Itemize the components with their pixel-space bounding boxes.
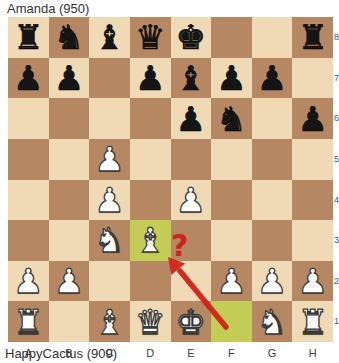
rank-label-5: 5 (334, 139, 339, 180)
square-e2[interactable] (171, 261, 212, 302)
chess-app: Amanda (950) ♜♞♝♛♚♜♟♟♟♝♟♟♟♞♟♟♟♟♞♝♟♟♟♟♟♜♝… (0, 0, 339, 363)
square-a6[interactable] (8, 98, 49, 139)
rank-label-8: 8 (334, 17, 339, 58)
file-label-h: H (292, 347, 333, 359)
square-d7[interactable]: ♟ (130, 58, 171, 99)
square-a8[interactable]: ♜ (8, 17, 49, 58)
black-pawn[interactable]: ♟ (257, 61, 287, 95)
black-pawn[interactable]: ♟ (176, 102, 206, 136)
square-e5[interactable] (171, 139, 212, 180)
square-a3[interactable] (8, 220, 49, 261)
square-g2[interactable]: ♟ (252, 261, 293, 302)
rank-label-4: 4 (334, 180, 339, 221)
white-pawn[interactable]: ♟ (94, 142, 124, 176)
square-a5[interactable] (8, 139, 49, 180)
square-f5[interactable] (211, 139, 252, 180)
player-name-top[interactable]: Amanda (950) (7, 1, 89, 16)
white-pawn[interactable]: ♟ (297, 264, 327, 298)
question-mark-annotation: ? (171, 231, 188, 261)
square-f2[interactable]: ♟ (211, 261, 252, 302)
white-knight[interactable]: ♞ (94, 223, 124, 257)
rank-label-2: 2 (334, 261, 339, 302)
square-b5[interactable] (49, 139, 90, 180)
square-d1[interactable]: ♛ (130, 301, 171, 342)
square-e6[interactable]: ♟ (171, 98, 212, 139)
square-c2[interactable] (89, 261, 130, 302)
white-bishop[interactable]: ♝ (135, 223, 165, 257)
square-c5[interactable]: ♟ (89, 139, 130, 180)
white-queen[interactable]: ♛ (135, 305, 165, 339)
black-queen[interactable]: ♛ (135, 20, 165, 54)
white-pawn[interactable]: ♟ (216, 264, 246, 298)
black-king[interactable]: ♚ (176, 20, 206, 54)
white-pawn[interactable]: ♟ (176, 183, 206, 217)
square-d3[interactable]: ♝ (130, 220, 171, 261)
black-pawn[interactable]: ♟ (135, 61, 165, 95)
square-f8[interactable] (211, 17, 252, 58)
square-d2[interactable] (130, 261, 171, 302)
square-h3[interactable] (292, 220, 333, 261)
black-pawn[interactable]: ♟ (54, 61, 84, 95)
white-rook[interactable]: ♜ (297, 305, 327, 339)
black-knight[interactable]: ♞ (54, 20, 84, 54)
square-h8[interactable]: ♜ (292, 17, 333, 58)
square-c1[interactable]: ♝ (89, 301, 130, 342)
square-h5[interactable] (292, 139, 333, 180)
rank-label-3: 3 (334, 220, 339, 261)
square-f6[interactable]: ♞ (211, 98, 252, 139)
square-g6[interactable] (252, 98, 293, 139)
square-c4[interactable]: ♟ (89, 180, 130, 221)
rank-label-6: 6 (334, 98, 339, 139)
square-g4[interactable] (252, 180, 293, 221)
square-b3[interactable] (49, 220, 90, 261)
square-e7[interactable]: ♝ (171, 58, 212, 99)
square-h2[interactable]: ♟ (292, 261, 333, 302)
square-h4[interactable] (292, 180, 333, 221)
square-f3[interactable] (211, 220, 252, 261)
square-g7[interactable]: ♟ (252, 58, 293, 99)
square-d8[interactable]: ♛ (130, 17, 171, 58)
square-a7[interactable]: ♟ (8, 58, 49, 99)
chess-board: ♜♞♝♛♚♜♟♟♟♝♟♟♟♞♟♟♟♟♞♝♟♟♟♟♟♜♝♛♚♞♜ (8, 17, 333, 342)
square-f7[interactable]: ♟ (211, 58, 252, 99)
square-d6[interactable] (130, 98, 171, 139)
square-e1[interactable]: ♚ (171, 301, 212, 342)
square-b8[interactable]: ♞ (49, 17, 90, 58)
white-pawn[interactable]: ♟ (13, 264, 43, 298)
square-g5[interactable] (252, 139, 293, 180)
square-b1[interactable] (49, 301, 90, 342)
black-rook[interactable]: ♜ (297, 20, 327, 54)
rank-label-7: 7 (334, 58, 339, 99)
square-h1[interactable]: ♜ (292, 301, 333, 342)
square-f4[interactable] (211, 180, 252, 221)
square-b4[interactable] (49, 180, 90, 221)
file-label-d: D (130, 347, 171, 359)
white-bishop[interactable]: ♝ (94, 305, 124, 339)
square-g1[interactable]: ♞ (252, 301, 293, 342)
player-name-bottom[interactable]: HappyCactus (909) (5, 346, 117, 361)
black-pawn[interactable]: ♟ (297, 102, 327, 136)
square-b2[interactable]: ♟ (49, 261, 90, 302)
black-pawn[interactable]: ♟ (216, 61, 246, 95)
rank-label-1: 1 (334, 301, 339, 342)
white-pawn[interactable]: ♟ (257, 264, 287, 298)
white-pawn[interactable]: ♟ (54, 264, 84, 298)
square-c8[interactable]: ♝ (89, 17, 130, 58)
white-king[interactable]: ♚ (176, 305, 206, 339)
square-b7[interactable]: ♟ (49, 58, 90, 99)
white-pawn[interactable]: ♟ (94, 183, 124, 217)
file-label-g: G (252, 347, 293, 359)
square-g8[interactable] (252, 17, 293, 58)
black-rook[interactable]: ♜ (13, 20, 43, 54)
square-b6[interactable] (49, 98, 90, 139)
square-d4[interactable] (130, 180, 171, 221)
square-e8[interactable]: ♚ (171, 17, 212, 58)
black-knight[interactable]: ♞ (216, 102, 246, 136)
white-rook[interactable]: ♜ (13, 305, 43, 339)
square-c7[interactable] (89, 58, 130, 99)
square-a1[interactable]: ♜ (8, 301, 49, 342)
white-knight[interactable]: ♞ (257, 305, 287, 339)
square-g3[interactable] (252, 220, 293, 261)
file-label-f: F (211, 347, 252, 359)
black-bishop[interactable]: ♝ (94, 20, 124, 54)
square-h7[interactable] (292, 58, 333, 99)
square-c3[interactable]: ♞ (89, 220, 130, 261)
square-h6[interactable]: ♟ (292, 98, 333, 139)
square-a4[interactable] (8, 180, 49, 221)
square-d5[interactable] (130, 139, 171, 180)
file-label-e: E (171, 347, 212, 359)
square-f1[interactable] (211, 301, 252, 342)
square-a2[interactable]: ♟ (8, 261, 49, 302)
black-pawn[interactable]: ♟ (13, 61, 43, 95)
square-e4[interactable]: ♟ (171, 180, 212, 221)
black-bishop[interactable]: ♝ (176, 61, 206, 95)
square-c6[interactable] (89, 98, 130, 139)
